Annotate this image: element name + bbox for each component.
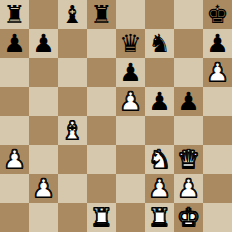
square-b8[interactable] bbox=[29, 0, 58, 29]
square-h1[interactable] bbox=[203, 203, 232, 232]
square-d8[interactable]: ♜ bbox=[87, 0, 116, 29]
white-pawn-piece[interactable]: ♟ bbox=[206, 58, 228, 87]
square-h5[interactable] bbox=[203, 87, 232, 116]
black-pawn-piece[interactable]: ♟ bbox=[206, 29, 228, 58]
square-e3[interactable] bbox=[116, 145, 145, 174]
black-pawn-piece[interactable]: ♟ bbox=[3, 29, 25, 58]
square-f1[interactable]: ♜ bbox=[145, 203, 174, 232]
black-pawn-piece[interactable]: ♟ bbox=[119, 58, 141, 87]
chess-board: ♜♝♜♚♟♟♛♞♟♟♟♟♟♟♝♟♞♛♟♟♟♜♜♚ bbox=[0, 0, 232, 232]
chess-board-container: ♜♝♜♚♟♟♛♞♟♟♟♟♟♟♝♟♞♛♟♟♟♜♜♚ bbox=[0, 0, 232, 232]
square-e5[interactable]: ♟ bbox=[116, 87, 145, 116]
square-g1[interactable]: ♚ bbox=[174, 203, 203, 232]
white-pawn-piece[interactable]: ♟ bbox=[177, 174, 199, 203]
square-b7[interactable]: ♟ bbox=[29, 29, 58, 58]
square-c8[interactable]: ♝ bbox=[58, 0, 87, 29]
square-h4[interactable] bbox=[203, 116, 232, 145]
square-a2[interactable] bbox=[0, 174, 29, 203]
square-g5[interactable]: ♟ bbox=[174, 87, 203, 116]
square-d2[interactable] bbox=[87, 174, 116, 203]
square-a7[interactable]: ♟ bbox=[0, 29, 29, 58]
square-b1[interactable] bbox=[29, 203, 58, 232]
black-bishop-piece[interactable]: ♝ bbox=[61, 0, 83, 29]
square-g6[interactable] bbox=[174, 58, 203, 87]
black-queen-piece[interactable]: ♛ bbox=[119, 29, 141, 58]
square-c2[interactable] bbox=[58, 174, 87, 203]
square-e7[interactable]: ♛ bbox=[116, 29, 145, 58]
square-d1[interactable]: ♜ bbox=[87, 203, 116, 232]
square-h3[interactable] bbox=[203, 145, 232, 174]
square-f4[interactable] bbox=[145, 116, 174, 145]
black-rook-piece[interactable]: ♜ bbox=[3, 0, 25, 29]
square-b6[interactable] bbox=[29, 58, 58, 87]
square-c4[interactable]: ♝ bbox=[58, 116, 87, 145]
square-h8[interactable]: ♚ bbox=[203, 0, 232, 29]
square-g8[interactable] bbox=[174, 0, 203, 29]
square-b2[interactable]: ♟ bbox=[29, 174, 58, 203]
black-pawn-piece[interactable]: ♟ bbox=[177, 87, 199, 116]
square-c3[interactable] bbox=[58, 145, 87, 174]
square-f8[interactable] bbox=[145, 0, 174, 29]
square-h7[interactable]: ♟ bbox=[203, 29, 232, 58]
black-pawn-piece[interactable]: ♟ bbox=[32, 29, 54, 58]
black-rook-piece[interactable]: ♜ bbox=[90, 0, 112, 29]
square-f5[interactable]: ♟ bbox=[145, 87, 174, 116]
square-b3[interactable] bbox=[29, 145, 58, 174]
square-c1[interactable] bbox=[58, 203, 87, 232]
square-h2[interactable] bbox=[203, 174, 232, 203]
square-b4[interactable] bbox=[29, 116, 58, 145]
black-king-piece[interactable]: ♚ bbox=[206, 0, 228, 29]
square-c6[interactable] bbox=[58, 58, 87, 87]
square-g3[interactable]: ♛ bbox=[174, 145, 203, 174]
black-knight-piece[interactable]: ♞ bbox=[148, 29, 170, 58]
square-a3[interactable]: ♟ bbox=[0, 145, 29, 174]
square-e2[interactable] bbox=[116, 174, 145, 203]
square-e6[interactable]: ♟ bbox=[116, 58, 145, 87]
square-f6[interactable] bbox=[145, 58, 174, 87]
white-bishop-piece[interactable]: ♝ bbox=[61, 116, 83, 145]
square-c5[interactable] bbox=[58, 87, 87, 116]
square-g2[interactable]: ♟ bbox=[174, 174, 203, 203]
square-a4[interactable] bbox=[0, 116, 29, 145]
square-b5[interactable] bbox=[29, 87, 58, 116]
square-g4[interactable] bbox=[174, 116, 203, 145]
square-a8[interactable]: ♜ bbox=[0, 0, 29, 29]
square-a6[interactable] bbox=[0, 58, 29, 87]
white-pawn-piece[interactable]: ♟ bbox=[32, 174, 54, 203]
square-d3[interactable] bbox=[87, 145, 116, 174]
square-f3[interactable]: ♞ bbox=[145, 145, 174, 174]
white-rook-piece[interactable]: ♜ bbox=[90, 203, 112, 232]
square-d7[interactable] bbox=[87, 29, 116, 58]
square-e1[interactable] bbox=[116, 203, 145, 232]
white-pawn-piece[interactable]: ♟ bbox=[148, 174, 170, 203]
black-pawn-piece[interactable]: ♟ bbox=[148, 87, 170, 116]
white-queen-piece[interactable]: ♛ bbox=[177, 145, 199, 174]
white-king-piece[interactable]: ♚ bbox=[177, 203, 199, 232]
square-a1[interactable] bbox=[0, 203, 29, 232]
square-f2[interactable]: ♟ bbox=[145, 174, 174, 203]
square-h6[interactable]: ♟ bbox=[203, 58, 232, 87]
square-e4[interactable] bbox=[116, 116, 145, 145]
square-d6[interactable] bbox=[87, 58, 116, 87]
square-f7[interactable]: ♞ bbox=[145, 29, 174, 58]
white-rook-piece[interactable]: ♜ bbox=[148, 203, 170, 232]
white-pawn-piece[interactable]: ♟ bbox=[3, 145, 25, 174]
square-d4[interactable] bbox=[87, 116, 116, 145]
square-a5[interactable] bbox=[0, 87, 29, 116]
square-g7[interactable] bbox=[174, 29, 203, 58]
square-c7[interactable] bbox=[58, 29, 87, 58]
square-d5[interactable] bbox=[87, 87, 116, 116]
white-knight-piece[interactable]: ♞ bbox=[148, 145, 170, 174]
white-pawn-piece[interactable]: ♟ bbox=[119, 87, 141, 116]
square-e8[interactable] bbox=[116, 0, 145, 29]
